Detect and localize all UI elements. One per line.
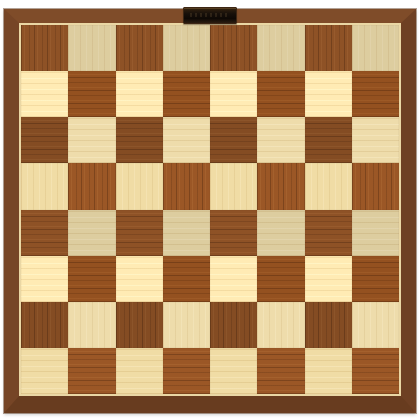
square-r1c5[interactable] <box>257 71 304 117</box>
square-r5c7[interactable] <box>352 256 399 302</box>
square-r7c6[interactable] <box>305 348 352 394</box>
square-r6c0[interactable] <box>21 302 68 348</box>
square-r0c2[interactable] <box>116 25 163 71</box>
square-r3c0[interactable] <box>21 163 68 209</box>
square-r7c0[interactable] <box>21 348 68 394</box>
square-r6c3[interactable] <box>163 302 210 348</box>
square-r5c5[interactable] <box>257 256 304 302</box>
square-r7c5[interactable] <box>257 348 304 394</box>
square-r4c5[interactable] <box>257 210 304 256</box>
square-r7c3[interactable] <box>163 348 210 394</box>
square-r2c5[interactable] <box>257 117 304 163</box>
square-r5c1[interactable] <box>68 256 115 302</box>
square-r1c2[interactable] <box>116 71 163 117</box>
square-r6c6[interactable] <box>305 302 352 348</box>
square-r5c2[interactable] <box>116 256 163 302</box>
square-r3c3[interactable] <box>163 163 210 209</box>
chessboard <box>4 9 416 413</box>
square-r1c3[interactable] <box>163 71 210 117</box>
square-r6c5[interactable] <box>257 302 304 348</box>
square-r4c6[interactable] <box>305 210 352 256</box>
square-r6c2[interactable] <box>116 302 163 348</box>
brand-plaque <box>183 7 237 24</box>
square-r4c1[interactable] <box>68 210 115 256</box>
square-r4c4[interactable] <box>210 210 257 256</box>
square-r0c4[interactable] <box>210 25 257 71</box>
square-r3c1[interactable] <box>68 163 115 209</box>
square-r0c5[interactable] <box>257 25 304 71</box>
wooden-frame <box>4 9 416 413</box>
square-r0c1[interactable] <box>68 25 115 71</box>
square-r1c7[interactable] <box>352 71 399 117</box>
square-r4c3[interactable] <box>163 210 210 256</box>
square-r2c4[interactable] <box>210 117 257 163</box>
square-r3c2[interactable] <box>116 163 163 209</box>
square-r4c7[interactable] <box>352 210 399 256</box>
square-r5c4[interactable] <box>210 256 257 302</box>
square-r2c1[interactable] <box>68 117 115 163</box>
square-r7c1[interactable] <box>68 348 115 394</box>
square-r2c2[interactable] <box>116 117 163 163</box>
square-r4c2[interactable] <box>116 210 163 256</box>
square-r2c0[interactable] <box>21 117 68 163</box>
square-r7c2[interactable] <box>116 348 163 394</box>
square-r7c4[interactable] <box>210 348 257 394</box>
square-r7c7[interactable] <box>352 348 399 394</box>
square-r0c3[interactable] <box>163 25 210 71</box>
square-r1c6[interactable] <box>305 71 352 117</box>
square-r3c4[interactable] <box>210 163 257 209</box>
square-r5c0[interactable] <box>21 256 68 302</box>
square-r2c7[interactable] <box>352 117 399 163</box>
square-r6c1[interactable] <box>68 302 115 348</box>
board-grid <box>21 25 399 394</box>
square-r6c4[interactable] <box>210 302 257 348</box>
square-r0c6[interactable] <box>305 25 352 71</box>
square-r6c7[interactable] <box>352 302 399 348</box>
square-r1c0[interactable] <box>21 71 68 117</box>
maple-pinstripe-inlay <box>19 23 401 396</box>
square-r3c7[interactable] <box>352 163 399 209</box>
square-r3c6[interactable] <box>305 163 352 209</box>
square-r0c0[interactable] <box>21 25 68 71</box>
square-r2c3[interactable] <box>163 117 210 163</box>
square-r0c7[interactable] <box>352 25 399 71</box>
square-r5c3[interactable] <box>163 256 210 302</box>
square-r2c6[interactable] <box>305 117 352 163</box>
square-r1c1[interactable] <box>68 71 115 117</box>
square-r3c5[interactable] <box>257 163 304 209</box>
square-r1c4[interactable] <box>210 71 257 117</box>
square-r4c0[interactable] <box>21 210 68 256</box>
square-r5c6[interactable] <box>305 256 352 302</box>
